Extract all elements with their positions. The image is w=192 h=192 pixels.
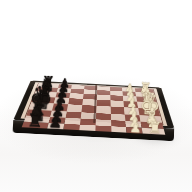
board-square[interactable] bbox=[111, 126, 127, 132]
board-square[interactable] bbox=[67, 104, 83, 112]
chess-piece-black-rook[interactable]: ♜ bbox=[26, 111, 43, 130]
product-photo-stage: ♜♟♟♜♞♟♟♞♝♟♟♝♛♟♟♛♚♟♟♚♝♟♟♝♞♟♟♞♜♟♟♜ bbox=[0, 0, 192, 192]
board-square[interactable]: ♜ bbox=[22, 122, 49, 129]
board-square[interactable] bbox=[63, 124, 80, 130]
board-square[interactable]: ♟ bbox=[126, 127, 143, 133]
board-surface: ♜♟♟♜♞♟♟♞♝♟♟♝♛♟♟♛♚♟♟♚♝♟♟♝♞♟♟♞♜♟♟♜ bbox=[20, 82, 167, 126]
chess-board: ♜♟♟♜♞♟♟♞♝♟♟♝♛♟♟♛♚♟♟♚♝♟♟♝♞♟♟♞♜♟♟♜ bbox=[13, 81, 174, 129]
chess-piece-black-pawn[interactable]: ♟ bbox=[48, 115, 62, 131]
board-square[interactable] bbox=[95, 125, 111, 131]
board-square[interactable]: ♜ bbox=[142, 128, 165, 135]
board-square[interactable]: ♟ bbox=[47, 123, 64, 129]
board-frame: ♜♟♟♜♞♟♟♞♝♟♟♝♛♟♟♛♚♟♟♚♝♟♟♝♞♟♟♞♜♟♟♜ bbox=[13, 81, 174, 129]
chess-piece-white-pawn[interactable]: ♟ bbox=[129, 121, 142, 135]
chess-piece-white-rook[interactable]: ♜ bbox=[147, 119, 162, 135]
board-perspective: ♜♟♟♜♞♟♟♞♝♟♟♝♛♟♟♛♚♟♟♚♝♟♟♝♞♟♟♞♜♟♟♜ bbox=[19, 26, 171, 178]
board-square[interactable] bbox=[79, 125, 95, 131]
